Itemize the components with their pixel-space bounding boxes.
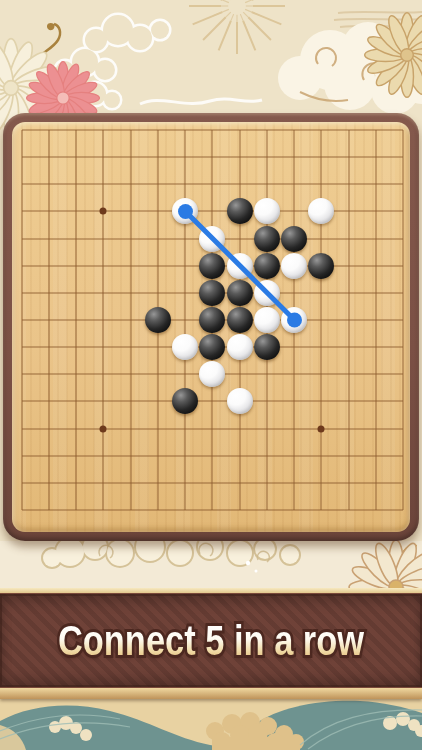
banner-title-text: Connect 5 in a row	[58, 620, 364, 662]
win-line-endpoint-dot	[178, 204, 193, 219]
banner: Connect 5 in a row Connect 5 in a row	[0, 588, 422, 698]
win-line-endpoint-dot	[287, 313, 302, 328]
board-frame	[3, 113, 419, 541]
win-line	[22, 130, 404, 510]
win-line-stroke	[185, 211, 294, 320]
board-surface	[12, 122, 410, 532]
waves-decoration	[0, 697, 422, 750]
goban-grid[interactable]	[22, 130, 404, 510]
banner-title: Connect 5 in a row Connect 5 in a row	[38, 594, 384, 687]
gomoku-promo-screen: Connect 5 in a row Connect 5 in a row	[0, 0, 422, 750]
banner-gold-border-bottom	[0, 687, 422, 699]
banner-body: Connect 5 in a row Connect 5 in a row	[0, 594, 422, 687]
